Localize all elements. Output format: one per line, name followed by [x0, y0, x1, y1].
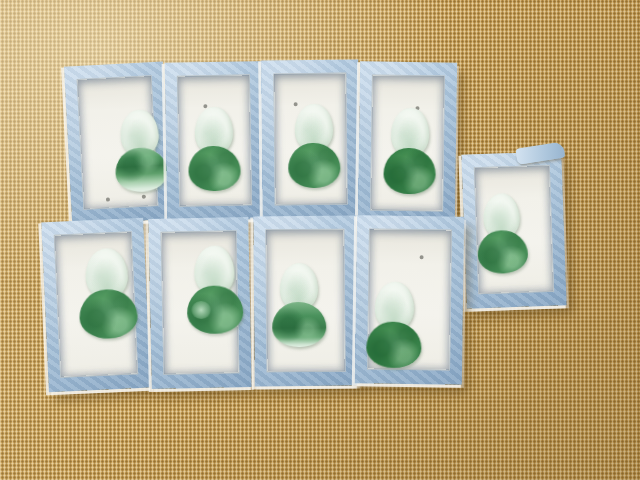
jade-pendant-7: [272, 263, 327, 347]
jade-pendant-1: [112, 109, 168, 194]
card-hole: [106, 197, 110, 201]
pendant-green-bottom: [114, 146, 168, 193]
gift-box-9: [461, 151, 566, 308]
card-hole: [420, 255, 424, 259]
pendant-green-bottom: [383, 147, 436, 194]
box-padding: [367, 228, 452, 370]
jade-pendant-2: [187, 107, 240, 192]
box-padding: [54, 231, 138, 377]
jade-pendant-8: [366, 281, 422, 368]
gift-box-4: [358, 61, 457, 225]
jade-pendant-4: [383, 108, 436, 195]
box-padding: [161, 230, 240, 375]
box-padding: [77, 75, 159, 210]
gift-box-5: [41, 218, 151, 392]
box-padding: [177, 74, 252, 206]
pendant-green-bottom: [272, 301, 326, 347]
jade-pendant-3: [288, 104, 341, 189]
pendant-green-bottom: [188, 145, 241, 191]
gift-box-1: [64, 62, 171, 225]
box-padding: [370, 74, 445, 211]
jade-pendant-6: [186, 245, 244, 334]
jade-pendant-5: [76, 247, 138, 340]
gift-box-3: [261, 59, 360, 219]
pendant-green-bottom: [288, 142, 340, 188]
gift-box-7: [253, 216, 357, 387]
box-padding: [474, 165, 554, 295]
pendant-green-bottom: [477, 229, 528, 274]
pendant-green-bottom: [366, 321, 422, 368]
gift-box-2: [165, 61, 265, 221]
pendant-green-bottom: [187, 286, 244, 335]
box-padding: [273, 73, 347, 206]
gift-box-6: [148, 217, 252, 389]
burlap-background: [0, 0, 640, 480]
jade-pendant-9: [476, 193, 529, 275]
box-padding: [265, 229, 345, 373]
gift-box-8: [355, 215, 464, 384]
pendant-green-bottom: [78, 289, 138, 340]
bent-lid-edge: [515, 141, 565, 164]
card-hole: [142, 195, 146, 199]
